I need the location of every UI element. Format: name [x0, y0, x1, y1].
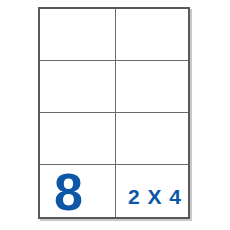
label-sheet-grid: 8 2 X 4	[38, 7, 190, 219]
labels-per-sheet-count: 8	[54, 166, 83, 217]
label-sheet-diagram: 8 2 X 4	[0, 0, 230, 230]
label-cell-r1c1	[116, 61, 188, 113]
label-cell-r0c1	[116, 9, 188, 61]
label-cell-r2c0	[40, 113, 116, 165]
label-count-cell: 8	[40, 165, 116, 217]
label-cell-r1c0	[40, 61, 116, 113]
label-cell-r0c0	[40, 9, 116, 61]
label-cell-r2c1	[116, 113, 188, 165]
layout-dimensions-text: 2 X 4	[128, 186, 182, 207]
layout-cell: 2 X 4	[116, 165, 188, 217]
